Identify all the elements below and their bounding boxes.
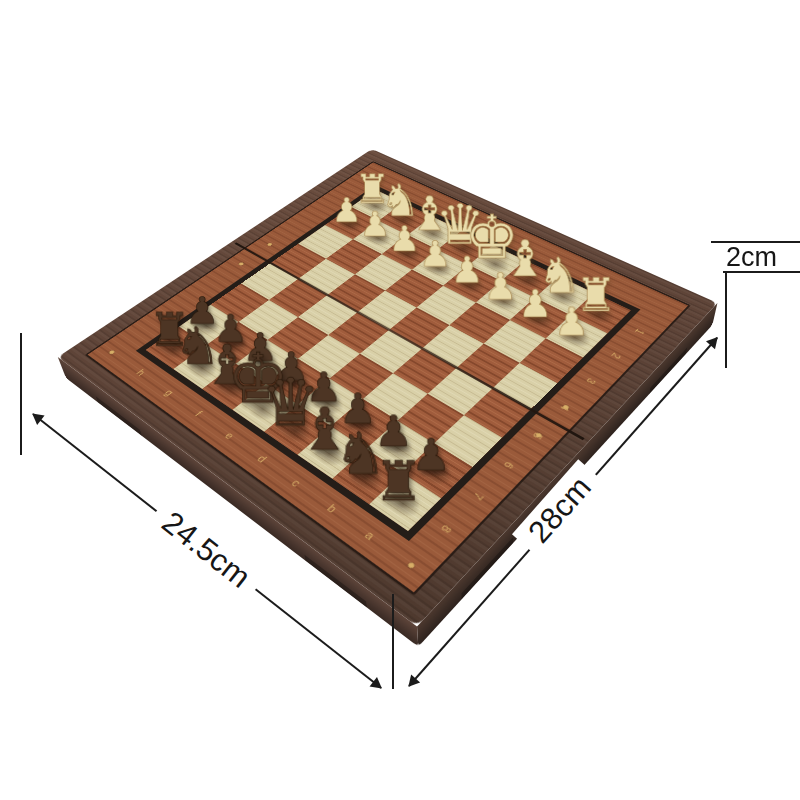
extension-line-center bbox=[392, 594, 394, 689]
dimension-overlay: 24.5cm 28cm 2cm bbox=[0, 0, 800, 800]
depth-dimension-label: 28cm bbox=[512, 459, 608, 560]
width-dimension-label: 24.5cm bbox=[144, 495, 267, 604]
thickness-dimension-label: 2cm bbox=[726, 242, 777, 273]
extension-line-right bbox=[725, 271, 727, 368]
product-photo-chess-set: ♜♞♝♛♚♝♞♜♟♟♟♟♟♟♟♟♟♟♟♟♟♟♟♟♜♞♝♚♛♝♞♜ hgfedcb… bbox=[0, 0, 800, 800]
extension-line-left bbox=[20, 333, 22, 455]
